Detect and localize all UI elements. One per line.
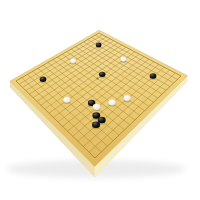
black-stone [150,73,157,78]
white-stone [124,95,131,101]
black-stone [99,72,106,77]
white-stone [70,58,76,63]
black-stone [96,43,102,48]
white-stone [120,57,126,62]
go-board [0,0,200,200]
white-stone [93,104,101,110]
white-stone [63,97,70,103]
white-stone [108,99,115,105]
black-stone [98,117,106,124]
black-stone [92,121,100,128]
hoshi-point [97,78,99,80]
black-stone [40,77,47,82]
goban-product-photo [0,0,200,200]
